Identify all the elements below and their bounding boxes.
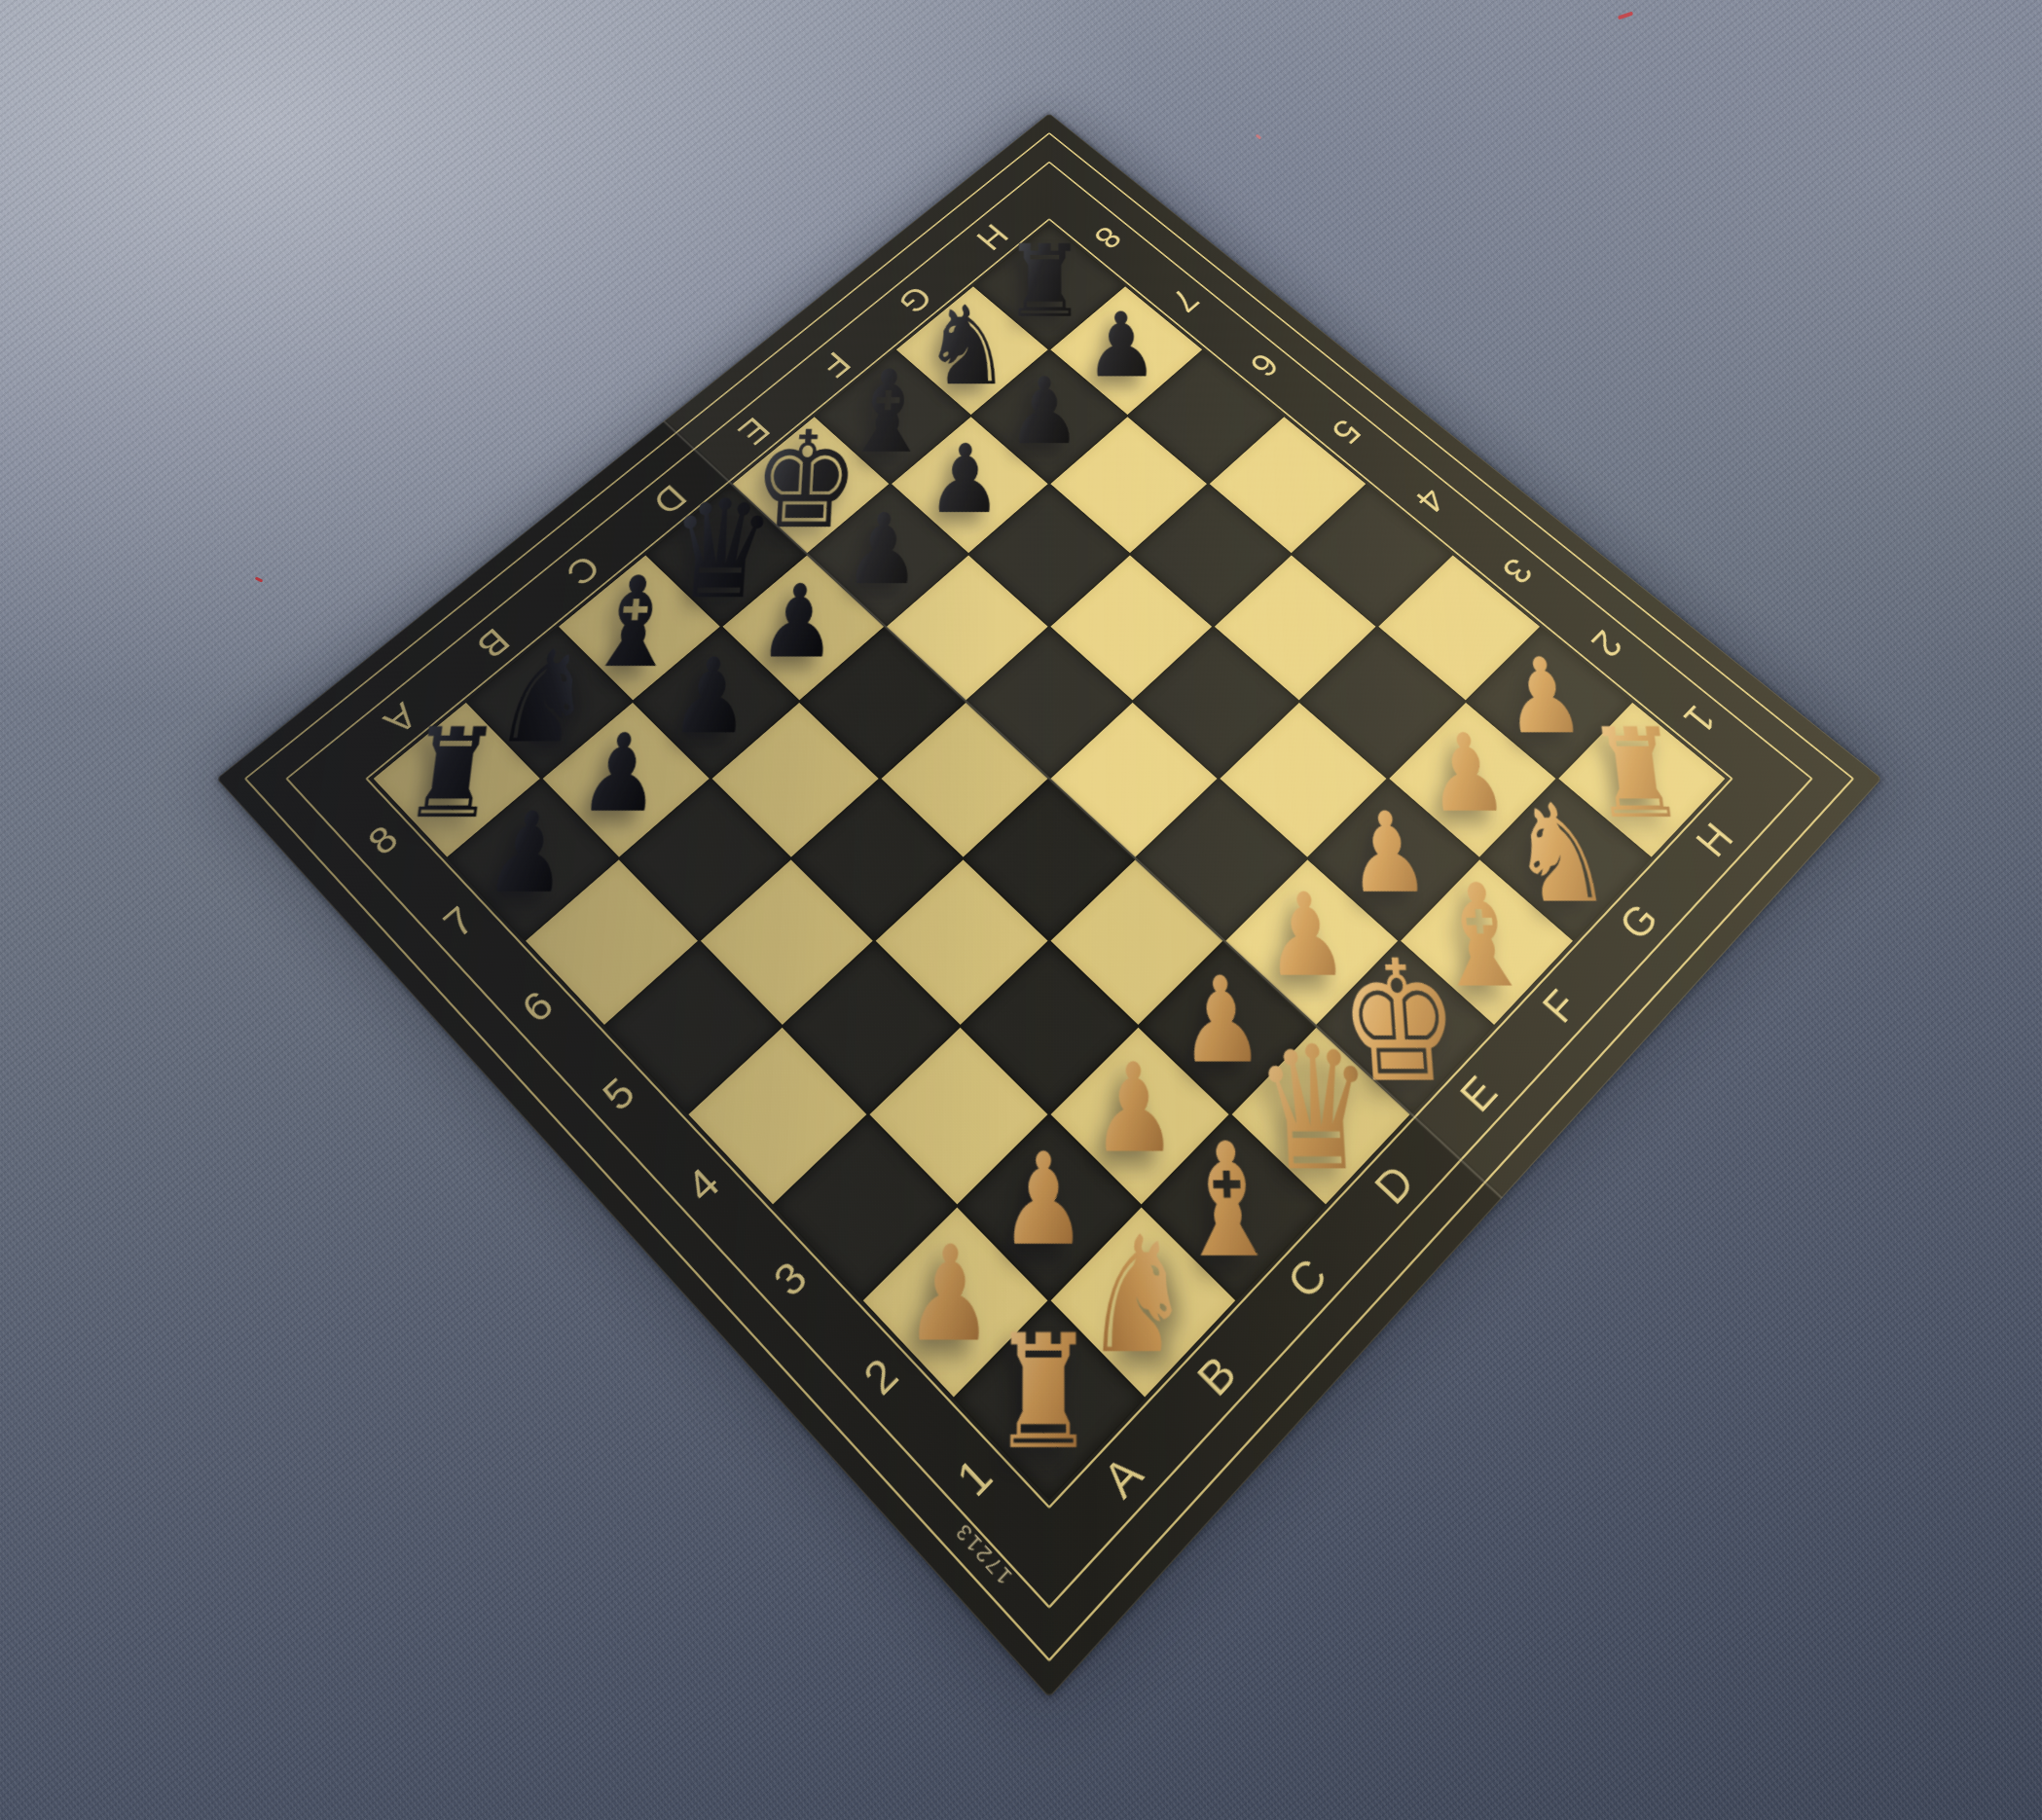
piece-black-rook-h8: ♜ bbox=[1003, 232, 1086, 332]
piece-white-pawn-a2: ♟ bbox=[903, 1229, 995, 1362]
piece-black-pawn-c7: ♟ bbox=[668, 645, 754, 749]
rank-label-left-2: 2 bbox=[854, 1347, 909, 1405]
rank-label-left-7: 7 bbox=[435, 897, 485, 946]
rank-label-right-3: 3 bbox=[1492, 550, 1541, 592]
board-grid: ♜♞♝♛♚♝♞♜♟♟♟♟♟♟♟♟♟♟♟♟♟♟♟♟♜♞♝♛♚♝♞♜ bbox=[372, 223, 1727, 1501]
file-label-bottom-f: F bbox=[1533, 980, 1588, 1033]
piece-black-knight-g8: ♞ bbox=[921, 292, 1011, 401]
rank-label-right-2: 2 bbox=[1581, 622, 1630, 666]
piece-white-rook-h1: ♜ bbox=[1583, 712, 1690, 837]
red-fiber-speck bbox=[255, 577, 264, 583]
piece-black-rook-a8: ♜ bbox=[397, 712, 505, 837]
piece-white-pawn-c2: ♟ bbox=[1090, 1048, 1178, 1172]
piece-white-rook-a1: ♜ bbox=[990, 1314, 1096, 1472]
piece-black-pawn-f7: ♟ bbox=[926, 432, 1003, 528]
rank-label-right-5: 5 bbox=[1322, 412, 1368, 452]
product-code: 17213 bbox=[950, 1516, 1017, 1589]
rank-label-right-1: 1 bbox=[1673, 697, 1725, 742]
piece-black-bishop-f8: ♝ bbox=[839, 355, 935, 469]
file-label-bottom-b: B bbox=[1187, 1345, 1248, 1407]
rank-label-right-6: 6 bbox=[1240, 346, 1286, 384]
rank-label-left-6: 6 bbox=[513, 981, 564, 1032]
rank-label-right-7: 7 bbox=[1161, 281, 1206, 318]
rank-label-right-4: 4 bbox=[1405, 480, 1453, 521]
rank-label-left-3: 3 bbox=[764, 1251, 819, 1307]
red-fiber-speck bbox=[1618, 12, 1633, 20]
piece-black-knight-b8: ♞ bbox=[489, 634, 599, 760]
piece-black-pawn-e7: ♟ bbox=[842, 501, 922, 600]
chess-board: ♜♞♝♛♚♝♞♜♟♟♟♟♟♟♟♟♟♟♟♟♟♟♟♟♜♞♝♛♚♝♞♜ AA11BB2… bbox=[216, 113, 1881, 1697]
file-label-bottom-c: C bbox=[1277, 1248, 1338, 1309]
rank-label-right-8: 8 bbox=[1085, 219, 1130, 255]
piece-black-pawn-b7: ♟ bbox=[575, 720, 665, 828]
piece-white-pawn-b2: ♟ bbox=[999, 1137, 1087, 1264]
piece-black-pawn-d7: ♟ bbox=[756, 572, 839, 673]
file-label-bottom-g: G bbox=[1610, 894, 1669, 950]
rank-label-left-4: 4 bbox=[677, 1157, 730, 1212]
piece-white-pawn-h2: ♟ bbox=[1499, 645, 1588, 749]
piece-black-pawn-h7: ♟ bbox=[1084, 301, 1159, 390]
piece-black-pawn-a7: ♟ bbox=[481, 798, 574, 909]
photo-scene: ♜♞♝♛♚♝♞♜♟♟♟♟♟♟♟♟♟♟♟♟♟♟♟♟♜♞♝♛♚♝♞♜ AA11BB2… bbox=[0, 0, 2042, 1820]
rank-label-left-5: 5 bbox=[594, 1068, 645, 1120]
piece-black-pawn-g7: ♟ bbox=[1006, 366, 1081, 458]
file-label-bottom-a: A bbox=[1093, 1444, 1154, 1509]
red-fiber-speck bbox=[1256, 133, 1262, 139]
file-label-bottom-h: H bbox=[1687, 814, 1743, 865]
piece-white-pawn-g2: ♟ bbox=[1422, 720, 1512, 828]
piece-white-pawn-f2: ♟ bbox=[1343, 798, 1433, 909]
